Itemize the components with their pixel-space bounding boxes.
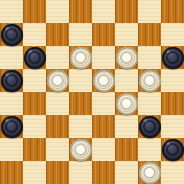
square-a5[interactable] — [0, 69, 23, 92]
black-piece-a5[interactable] — [1, 70, 23, 92]
white-piece-f4[interactable] — [116, 93, 138, 115]
square-d3[interactable] — [69, 115, 92, 138]
piece-ring — [5, 120, 18, 133]
white-piece-e5[interactable] — [93, 70, 115, 92]
square-c5[interactable] — [46, 69, 69, 92]
piece-ring — [120, 97, 133, 110]
square-g1[interactable] — [138, 161, 161, 184]
square-d7[interactable] — [69, 23, 92, 46]
piece-ring — [74, 51, 87, 64]
square-e6[interactable] — [92, 46, 115, 69]
checkers-board — [0, 0, 184, 184]
square-g6[interactable] — [138, 46, 161, 69]
black-piece-a3[interactable] — [1, 116, 23, 138]
piece-ring — [120, 51, 133, 64]
piece-ring — [28, 51, 41, 64]
square-b7[interactable] — [23, 23, 46, 46]
square-b2[interactable] — [23, 138, 46, 161]
square-a7[interactable] — [0, 23, 23, 46]
square-b6[interactable] — [23, 46, 46, 69]
square-e1[interactable] — [92, 161, 115, 184]
square-g2[interactable] — [138, 138, 161, 161]
square-a3[interactable] — [0, 115, 23, 138]
square-g8[interactable] — [138, 0, 161, 23]
square-a4[interactable] — [0, 92, 23, 115]
black-piece-h6[interactable] — [162, 47, 184, 69]
black-piece-h2[interactable] — [162, 139, 184, 161]
square-h1[interactable] — [161, 161, 184, 184]
square-f8[interactable] — [115, 0, 138, 23]
square-b8[interactable] — [23, 0, 46, 23]
square-e8[interactable] — [92, 0, 115, 23]
black-piece-b6[interactable] — [24, 47, 46, 69]
square-b5[interactable] — [23, 69, 46, 92]
square-d4[interactable] — [69, 92, 92, 115]
square-f4[interactable] — [115, 92, 138, 115]
square-h3[interactable] — [161, 115, 184, 138]
square-f6[interactable] — [115, 46, 138, 69]
piece-ring — [74, 143, 87, 156]
square-e3[interactable] — [92, 115, 115, 138]
square-h2[interactable] — [161, 138, 184, 161]
square-c3[interactable] — [46, 115, 69, 138]
square-d5[interactable] — [69, 69, 92, 92]
white-piece-c5[interactable] — [47, 70, 69, 92]
square-h7[interactable] — [161, 23, 184, 46]
white-piece-g5[interactable] — [139, 70, 161, 92]
piece-ring — [166, 143, 179, 156]
square-a8[interactable] — [0, 0, 23, 23]
square-e4[interactable] — [92, 92, 115, 115]
black-piece-a7[interactable] — [1, 24, 23, 46]
square-h8[interactable] — [161, 0, 184, 23]
square-e2[interactable] — [92, 138, 115, 161]
square-g3[interactable] — [138, 115, 161, 138]
white-piece-f6[interactable] — [116, 47, 138, 69]
square-d6[interactable] — [69, 46, 92, 69]
piece-ring — [51, 74, 64, 87]
square-c6[interactable] — [46, 46, 69, 69]
square-c2[interactable] — [46, 138, 69, 161]
square-g5[interactable] — [138, 69, 161, 92]
square-f7[interactable] — [115, 23, 138, 46]
square-b3[interactable] — [23, 115, 46, 138]
piece-ring — [97, 74, 110, 87]
square-e5[interactable] — [92, 69, 115, 92]
square-c8[interactable] — [46, 0, 69, 23]
square-c4[interactable] — [46, 92, 69, 115]
square-f3[interactable] — [115, 115, 138, 138]
square-e7[interactable] — [92, 23, 115, 46]
square-h5[interactable] — [161, 69, 184, 92]
square-f1[interactable] — [115, 161, 138, 184]
square-b1[interactable] — [23, 161, 46, 184]
square-a1[interactable] — [0, 161, 23, 184]
square-d8[interactable] — [69, 0, 92, 23]
square-g4[interactable] — [138, 92, 161, 115]
square-a2[interactable] — [0, 138, 23, 161]
square-f5[interactable] — [115, 69, 138, 92]
square-h4[interactable] — [161, 92, 184, 115]
piece-ring — [5, 28, 18, 41]
square-a6[interactable] — [0, 46, 23, 69]
white-piece-d6[interactable] — [70, 47, 92, 69]
piece-ring — [143, 120, 156, 133]
black-piece-g3[interactable] — [139, 116, 161, 138]
square-g7[interactable] — [138, 23, 161, 46]
square-c7[interactable] — [46, 23, 69, 46]
piece-ring — [143, 74, 156, 87]
white-piece-d2[interactable] — [70, 139, 92, 161]
square-h6[interactable] — [161, 46, 184, 69]
square-f2[interactable] — [115, 138, 138, 161]
piece-ring — [143, 166, 156, 179]
square-d1[interactable] — [69, 161, 92, 184]
piece-ring — [166, 51, 179, 64]
square-d2[interactable] — [69, 138, 92, 161]
white-piece-g1[interactable] — [139, 162, 161, 184]
piece-ring — [5, 74, 18, 87]
square-b4[interactable] — [23, 92, 46, 115]
square-c1[interactable] — [46, 161, 69, 184]
